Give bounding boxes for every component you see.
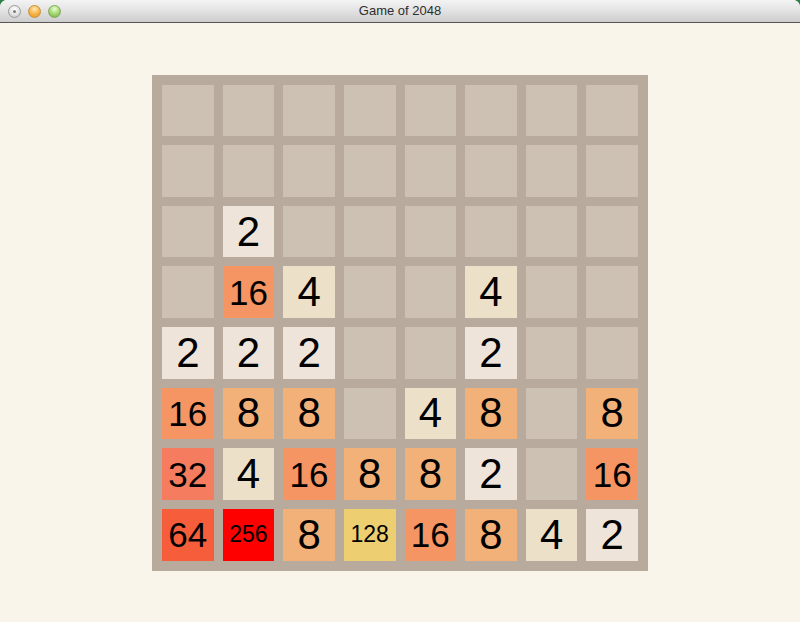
empty-cell-r1c6 <box>465 85 517 137</box>
tile-2-r5c6: 2 <box>465 327 517 379</box>
empty-cell-r1c7 <box>526 85 578 137</box>
tile-2-r3c2: 2 <box>223 206 275 258</box>
empty-cell-r2c7 <box>526 145 578 197</box>
empty-cell-r1c5 <box>405 85 457 137</box>
tile-2-r7c6: 2 <box>465 448 517 500</box>
tile-8-r6c3: 8 <box>283 388 335 440</box>
tile-4-r4c3: 4 <box>283 266 335 318</box>
tile-32-r7c1: 32 <box>162 448 214 500</box>
tile-8-r8c3: 8 <box>283 509 335 561</box>
tile-8-r8c6: 8 <box>465 509 517 561</box>
empty-cell-r4c7 <box>526 266 578 318</box>
empty-cell-r1c8 <box>586 85 638 137</box>
empty-cell-r2c2 <box>223 145 275 197</box>
zoom-button[interactable] <box>48 5 61 18</box>
empty-cell-r6c4 <box>344 388 396 440</box>
empty-cell-r2c3 <box>283 145 335 197</box>
empty-cell-r6c7 <box>526 388 578 440</box>
tile-8-r6c2: 8 <box>223 388 275 440</box>
empty-cell-r5c8 <box>586 327 638 379</box>
tile-8-r6c8: 8 <box>586 388 638 440</box>
close-button[interactable] <box>8 5 21 18</box>
empty-cell-r1c4 <box>344 85 396 137</box>
tile-16-r7c8: 16 <box>586 448 638 500</box>
app-window: Game of 2048 216442222168848832416882166… <box>0 0 800 622</box>
empty-cell-r3c1 <box>162 206 214 258</box>
empty-cell-r2c1 <box>162 145 214 197</box>
empty-cell-r2c5 <box>405 145 457 197</box>
tile-2-r8c8: 2 <box>586 509 638 561</box>
empty-cell-r3c6 <box>465 206 517 258</box>
tile-16-r8c5: 16 <box>405 509 457 561</box>
window-content: 2164422221688488324168821664256812816842 <box>0 23 800 622</box>
tile-128-r8c4: 128 <box>344 509 396 561</box>
empty-cell-r4c4 <box>344 266 396 318</box>
tile-16-r7c3: 16 <box>283 448 335 500</box>
empty-cell-r3c7 <box>526 206 578 258</box>
empty-cell-r4c1 <box>162 266 214 318</box>
empty-cell-r1c3 <box>283 85 335 137</box>
minimize-button[interactable] <box>28 5 41 18</box>
empty-cell-r4c5 <box>405 266 457 318</box>
tile-8-r6c6: 8 <box>465 388 517 440</box>
tile-256-r8c2: 256 <box>223 509 275 561</box>
empty-cell-r2c4 <box>344 145 396 197</box>
tile-2-r5c2: 2 <box>223 327 275 379</box>
empty-cell-r2c8 <box>586 145 638 197</box>
tile-2-r5c1: 2 <box>162 327 214 379</box>
empty-cell-r3c8 <box>586 206 638 258</box>
tile-8-r7c5: 8 <box>405 448 457 500</box>
close-dot-icon <box>13 10 16 13</box>
game-board: 2164422221688488324168821664256812816842 <box>152 75 648 571</box>
window-title: Game of 2048 <box>0 0 800 22</box>
tile-4-r7c2: 4 <box>223 448 275 500</box>
empty-cell-r1c2 <box>223 85 275 137</box>
tile-4-r8c7: 4 <box>526 509 578 561</box>
empty-cell-r5c7 <box>526 327 578 379</box>
tile-16-r6c1: 16 <box>162 388 214 440</box>
tile-4-r4c6: 4 <box>465 266 517 318</box>
empty-cell-r5c5 <box>405 327 457 379</box>
empty-cell-r2c6 <box>465 145 517 197</box>
empty-cell-r3c3 <box>283 206 335 258</box>
titlebar: Game of 2048 <box>0 0 800 23</box>
empty-cell-r7c7 <box>526 448 578 500</box>
tile-2-r5c3: 2 <box>283 327 335 379</box>
tile-4-r6c5: 4 <box>405 388 457 440</box>
tile-16-r4c2: 16 <box>223 266 275 318</box>
empty-cell-r3c4 <box>344 206 396 258</box>
empty-cell-r4c8 <box>586 266 638 318</box>
empty-cell-r5c4 <box>344 327 396 379</box>
tile-64-r8c1: 64 <box>162 509 214 561</box>
window-controls <box>8 0 61 22</box>
empty-cell-r3c5 <box>405 206 457 258</box>
empty-cell-r1c1 <box>162 85 214 137</box>
tile-8-r7c4: 8 <box>344 448 396 500</box>
